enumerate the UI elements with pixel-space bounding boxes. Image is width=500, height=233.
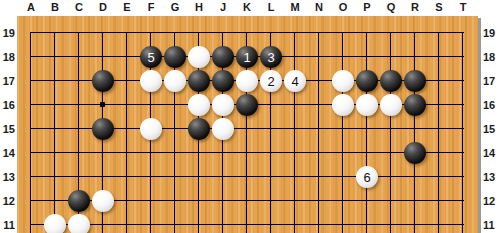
column-label-K: K [235, 1, 259, 13]
board-point-O18[interactable] [331, 45, 355, 69]
board-point-T14[interactable] [451, 141, 475, 165]
board-point-A19[interactable] [19, 21, 43, 45]
column-label-E: E [115, 1, 139, 13]
column-label-C: C [67, 1, 91, 13]
row-label-left-16: 16 [0, 98, 15, 112]
board-point-E18[interactable] [115, 45, 139, 69]
row-label-left-12: 12 [0, 194, 15, 208]
go-board: 513246 [17, 16, 478, 233]
board-point-L19[interactable] [259, 21, 283, 45]
board-point-R11[interactable] [403, 213, 427, 233]
board-point-B16[interactable] [43, 93, 67, 117]
move-number-label: 3 [267, 51, 274, 64]
board-point-B14[interactable] [43, 141, 67, 165]
board-point-C13[interactable] [67, 165, 91, 189]
board-point-Q18[interactable] [379, 45, 403, 69]
board-point-D14[interactable] [91, 141, 115, 165]
black-stone [188, 70, 210, 92]
board-point-L16[interactable] [259, 93, 283, 117]
board-point-T11[interactable] [451, 213, 475, 233]
board-point-S18[interactable] [427, 45, 451, 69]
row-label-left-19: 19 [0, 26, 15, 40]
column-label-O: O [331, 1, 355, 13]
column-label-S: S [427, 1, 451, 13]
board-point-L15[interactable] [259, 117, 283, 141]
column-label-R: R [403, 1, 427, 13]
board-point-T12[interactable] [451, 189, 475, 213]
board-point-D16[interactable] [91, 93, 115, 117]
board-point-T15[interactable] [451, 117, 475, 141]
board-point-D17[interactable] [91, 69, 115, 93]
board-point-M14[interactable] [283, 141, 307, 165]
board-point-J19[interactable] [211, 21, 235, 45]
board-point-H17[interactable] [187, 69, 211, 93]
board-point-D11[interactable] [91, 213, 115, 233]
board-point-F16[interactable] [139, 93, 163, 117]
board-point-O12[interactable] [331, 189, 355, 213]
column-label-T: T [451, 1, 475, 13]
board-point-A11[interactable] [19, 213, 43, 233]
board-point-G16[interactable] [163, 93, 187, 117]
black-stone [404, 70, 426, 92]
white-stone [44, 214, 66, 233]
white-stone [188, 94, 210, 116]
white-stone [140, 118, 162, 140]
black-stone [188, 118, 210, 140]
board-point-B11[interactable] [43, 213, 67, 233]
board-point-N18[interactable] [307, 45, 331, 69]
board-grid: 513246 [19, 21, 475, 233]
board-point-F19[interactable] [139, 21, 163, 45]
board-point-O11[interactable] [331, 213, 355, 233]
board-point-P17[interactable] [355, 69, 379, 93]
board-point-E19[interactable] [115, 21, 139, 45]
board-point-S16[interactable] [427, 93, 451, 117]
board-point-A12[interactable] [19, 189, 43, 213]
board-point-M13[interactable] [283, 165, 307, 189]
board-point-D12[interactable] [91, 189, 115, 213]
board-point-Q14[interactable] [379, 141, 403, 165]
board-point-K13[interactable] [235, 165, 259, 189]
board-point-F15[interactable] [139, 117, 163, 141]
move-number-label: 1 [243, 51, 250, 64]
board-point-L17[interactable]: 2 [259, 69, 283, 93]
board-point-K11[interactable] [235, 213, 259, 233]
column-label-G: G [163, 1, 187, 13]
board-point-Q13[interactable] [379, 165, 403, 189]
board-point-S15[interactable] [427, 117, 451, 141]
board-point-D13[interactable] [91, 165, 115, 189]
board-point-S17[interactable] [427, 69, 451, 93]
board-point-R12[interactable] [403, 189, 427, 213]
board-edge-shadow [478, 18, 481, 233]
board-point-N14[interactable] [307, 141, 331, 165]
row-label-left-11: 11 [0, 218, 15, 232]
board-point-K18[interactable]: 1 [235, 45, 259, 69]
row-label-right-18: 18 [483, 50, 500, 64]
star-point [100, 102, 105, 107]
board-point-J11[interactable] [211, 213, 235, 233]
board-point-E14[interactable] [115, 141, 139, 165]
board-point-C17[interactable] [67, 69, 91, 93]
board-point-H14[interactable] [187, 141, 211, 165]
board-point-N16[interactable] [307, 93, 331, 117]
white-stone [68, 214, 90, 233]
white-stone [92, 190, 114, 212]
board-point-T17[interactable] [451, 69, 475, 93]
board-point-K14[interactable] [235, 141, 259, 165]
board-point-B17[interactable] [43, 69, 67, 93]
board-point-C16[interactable] [67, 93, 91, 117]
board-point-C19[interactable] [67, 21, 91, 45]
board-point-T16[interactable] [451, 93, 475, 117]
black-stone [236, 94, 258, 116]
board-point-K16[interactable] [235, 93, 259, 117]
column-label-B: B [43, 1, 67, 13]
board-point-R16[interactable] [403, 93, 427, 117]
board-point-F18[interactable]: 5 [139, 45, 163, 69]
board-point-E11[interactable] [115, 213, 139, 233]
black-stone [356, 70, 378, 92]
board-point-S19[interactable] [427, 21, 451, 45]
board-point-O19[interactable] [331, 21, 355, 45]
board-point-K12[interactable] [235, 189, 259, 213]
board-point-J16[interactable] [211, 93, 235, 117]
row-label-left-17: 17 [0, 74, 15, 88]
column-label-L: L [259, 1, 283, 13]
row-label-right-11: 11 [483, 218, 500, 232]
board-point-S13[interactable] [427, 165, 451, 189]
board-point-B12[interactable] [43, 189, 67, 213]
white-stone [164, 70, 186, 92]
black-stone [212, 70, 234, 92]
board-point-H11[interactable] [187, 213, 211, 233]
board-point-K15[interactable] [235, 117, 259, 141]
board-point-R18[interactable] [403, 45, 427, 69]
board-point-J15[interactable] [211, 117, 235, 141]
board-point-H13[interactable] [187, 165, 211, 189]
black-stone: 1 [236, 46, 258, 68]
board-point-E17[interactable] [115, 69, 139, 93]
white-stone [332, 94, 354, 116]
black-stone [68, 190, 90, 212]
black-stone [380, 70, 402, 92]
row-label-left-18: 18 [0, 50, 15, 64]
board-point-J17[interactable] [211, 69, 235, 93]
white-stone [332, 70, 354, 92]
white-stone [212, 118, 234, 140]
black-stone [92, 118, 114, 140]
board-point-H12[interactable] [187, 189, 211, 213]
board-point-T18[interactable] [451, 45, 475, 69]
board-point-J14[interactable] [211, 141, 235, 165]
board-point-O13[interactable] [331, 165, 355, 189]
board-point-N19[interactable] [307, 21, 331, 45]
board-point-N12[interactable] [307, 189, 331, 213]
move-number-label: 2 [267, 75, 274, 88]
board-point-O15[interactable] [331, 117, 355, 141]
board-point-F14[interactable] [139, 141, 163, 165]
black-stone [92, 70, 114, 92]
board-point-S12[interactable] [427, 189, 451, 213]
board-point-E16[interactable] [115, 93, 139, 117]
board-point-T13[interactable] [451, 165, 475, 189]
board-point-M15[interactable] [283, 117, 307, 141]
white-stone [140, 70, 162, 92]
board-point-D19[interactable] [91, 21, 115, 45]
row-label-left-14: 14 [0, 146, 15, 160]
board-point-R13[interactable] [403, 165, 427, 189]
board-point-D18[interactable] [91, 45, 115, 69]
board-point-A13[interactable] [19, 165, 43, 189]
column-label-H: H [187, 1, 211, 13]
board-point-R17[interactable] [403, 69, 427, 93]
white-stone: 4 [284, 70, 306, 92]
board-point-F17[interactable] [139, 69, 163, 93]
board-point-H15[interactable] [187, 117, 211, 141]
board-point-B19[interactable] [43, 21, 67, 45]
board-point-K19[interactable] [235, 21, 259, 45]
board-point-H18[interactable] [187, 45, 211, 69]
board-point-K17[interactable] [235, 69, 259, 93]
white-stone [188, 46, 210, 68]
row-label-right-14: 14 [483, 146, 500, 160]
board-point-G12[interactable] [163, 189, 187, 213]
board-point-G11[interactable] [163, 213, 187, 233]
board-point-M11[interactable] [283, 213, 307, 233]
board-point-C11[interactable] [67, 213, 91, 233]
row-label-right-13: 13 [483, 170, 500, 184]
board-point-G14[interactable] [163, 141, 187, 165]
move-number-label: 4 [291, 75, 298, 88]
column-label-A: A [19, 1, 43, 13]
board-point-A18[interactable] [19, 45, 43, 69]
board-point-R14[interactable] [403, 141, 427, 165]
board-point-J18[interactable] [211, 45, 235, 69]
board-point-O14[interactable] [331, 141, 355, 165]
board-point-M16[interactable] [283, 93, 307, 117]
board-point-P15[interactable] [355, 117, 379, 141]
row-label-right-12: 12 [483, 194, 500, 208]
black-stone: 5 [140, 46, 162, 68]
board-point-L12[interactable] [259, 189, 283, 213]
white-stone [356, 94, 378, 116]
board-point-C14[interactable] [67, 141, 91, 165]
board-point-A15[interactable] [19, 117, 43, 141]
white-stone [380, 94, 402, 116]
column-label-D: D [91, 1, 115, 13]
board-point-B18[interactable] [43, 45, 67, 69]
board-point-G18[interactable] [163, 45, 187, 69]
board-point-E15[interactable] [115, 117, 139, 141]
board-point-J13[interactable] [211, 165, 235, 189]
black-stone [404, 142, 426, 164]
white-stone [236, 70, 258, 92]
row-label-right-15: 15 [483, 122, 500, 136]
board-point-A16[interactable] [19, 93, 43, 117]
board-point-M18[interactable] [283, 45, 307, 69]
board-point-T19[interactable] [451, 21, 475, 45]
board-point-H19[interactable] [187, 21, 211, 45]
board-point-P13[interactable]: 6 [355, 165, 379, 189]
column-label-J: J [211, 1, 235, 13]
board-point-D15[interactable] [91, 117, 115, 141]
black-stone [164, 46, 186, 68]
board-point-G17[interactable] [163, 69, 187, 93]
white-stone [212, 94, 234, 116]
board-point-P18[interactable] [355, 45, 379, 69]
board-point-L13[interactable] [259, 165, 283, 189]
board-point-F11[interactable] [139, 213, 163, 233]
board-point-G15[interactable] [163, 117, 187, 141]
board-point-P14[interactable] [355, 141, 379, 165]
board-point-G13[interactable] [163, 165, 187, 189]
white-stone: 6 [356, 166, 378, 188]
board-point-P11[interactable] [355, 213, 379, 233]
white-stone: 2 [260, 70, 282, 92]
column-label-N: N [307, 1, 331, 13]
board-point-H16[interactable] [187, 93, 211, 117]
board-point-P16[interactable] [355, 93, 379, 117]
board-point-E12[interactable] [115, 189, 139, 213]
board-point-F13[interactable] [139, 165, 163, 189]
row-label-left-15: 15 [0, 122, 15, 136]
board-point-C12[interactable] [67, 189, 91, 213]
column-label-F: F [139, 1, 163, 13]
board-point-N15[interactable] [307, 117, 331, 141]
board-point-N11[interactable] [307, 213, 331, 233]
row-label-right-19: 19 [483, 26, 500, 40]
board-point-B15[interactable] [43, 117, 67, 141]
board-point-L18[interactable]: 3 [259, 45, 283, 69]
board-point-N13[interactable] [307, 165, 331, 189]
black-stone [212, 46, 234, 68]
board-point-C15[interactable] [67, 117, 91, 141]
board-point-O17[interactable] [331, 69, 355, 93]
board-point-Q15[interactable] [379, 117, 403, 141]
column-label-Q: Q [379, 1, 403, 13]
board-point-Q16[interactable] [379, 93, 403, 117]
board-point-N17[interactable] [307, 69, 331, 93]
row-label-left-13: 13 [0, 170, 15, 184]
board-point-M12[interactable] [283, 189, 307, 213]
board-point-A14[interactable] [19, 141, 43, 165]
board-point-C18[interactable] [67, 45, 91, 69]
board-point-M19[interactable] [283, 21, 307, 45]
black-stone: 3 [260, 46, 282, 68]
board-point-P19[interactable] [355, 21, 379, 45]
board-point-J12[interactable] [211, 189, 235, 213]
board-point-Q12[interactable] [379, 189, 403, 213]
board-point-F12[interactable] [139, 189, 163, 213]
row-label-right-16: 16 [483, 98, 500, 112]
board-point-Q11[interactable] [379, 213, 403, 233]
board-point-L14[interactable] [259, 141, 283, 165]
column-label-P: P [355, 1, 379, 13]
board-point-L11[interactable] [259, 213, 283, 233]
board-point-Q17[interactable] [379, 69, 403, 93]
board-point-A17[interactable] [19, 69, 43, 93]
move-number-label: 6 [363, 171, 370, 184]
board-point-B13[interactable] [43, 165, 67, 189]
board-point-S14[interactable] [427, 141, 451, 165]
row-label-right-17: 17 [483, 74, 500, 88]
board-point-O16[interactable] [331, 93, 355, 117]
board-point-Q19[interactable] [379, 21, 403, 45]
black-stone [404, 94, 426, 116]
board-point-R15[interactable] [403, 117, 427, 141]
board-point-G19[interactable] [163, 21, 187, 45]
column-label-M: M [283, 1, 307, 13]
board-point-P12[interactable] [355, 189, 379, 213]
move-number-label: 5 [147, 51, 154, 64]
board-point-R19[interactable] [403, 21, 427, 45]
board-point-E13[interactable] [115, 165, 139, 189]
go-board-screenshot: 513246 ABCDEFGHJKLMNOPQRST 1918171615141… [0, 0, 500, 233]
board-point-S11[interactable] [427, 213, 451, 233]
board-point-M17[interactable]: 4 [283, 69, 307, 93]
